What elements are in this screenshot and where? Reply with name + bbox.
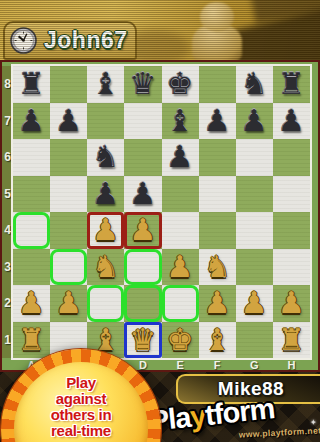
- black-knight-c6: ♞: [92, 139, 119, 175]
- black-bishop-e7: ♝: [167, 103, 194, 139]
- rank-label-8: 8: [2, 66, 13, 103]
- square-h5[interactable]: [273, 176, 310, 213]
- green-highlight-b3: [50, 249, 87, 286]
- square-b2[interactable]: ♟: [50, 285, 87, 322]
- square-g5[interactable]: [236, 176, 273, 213]
- square-b5[interactable]: [50, 176, 87, 213]
- square-b7[interactable]: ♟: [50, 103, 87, 140]
- rank-label-7: 7: [2, 103, 13, 140]
- white-pawn-a2: ♟: [18, 285, 45, 321]
- square-g1[interactable]: [236, 322, 273, 359]
- square-d3[interactable]: [124, 249, 161, 286]
- square-e2[interactable]: [162, 285, 199, 322]
- square-f8[interactable]: [199, 66, 236, 103]
- white-pawn-c4: ♟: [92, 212, 119, 248]
- black-knight-g8: ♞: [241, 66, 268, 102]
- square-c5[interactable]: ♟: [87, 176, 124, 213]
- badge-line: against: [1, 391, 161, 407]
- white-pawn-h2: ♟: [278, 285, 305, 321]
- square-f2[interactable]: ♟: [199, 285, 236, 322]
- square-h2[interactable]: ♟: [273, 285, 310, 322]
- rank-label-3: 3: [2, 249, 13, 286]
- badge-line: real-time: [1, 423, 161, 439]
- black-pawn-b7: ♟: [55, 103, 82, 139]
- badge-line: others in: [1, 407, 161, 423]
- black-pawn-e6: ♟: [167, 139, 194, 175]
- square-g8[interactable]: ♞: [236, 66, 273, 103]
- square-e4[interactable]: [162, 212, 199, 249]
- black-king-e8: ♚: [167, 66, 194, 102]
- square-d2[interactable]: [124, 285, 161, 322]
- black-pawn-h7: ♟: [278, 103, 305, 139]
- white-pawn-e3: ♟: [167, 249, 194, 285]
- square-h8[interactable]: ♜: [273, 66, 310, 103]
- white-pawn-b2: ♟: [55, 285, 82, 321]
- rank-labels: 87654321: [2, 66, 13, 358]
- square-d5[interactable]: ♟: [124, 176, 161, 213]
- white-bishop-f1: ♝: [204, 322, 231, 358]
- file-label-G: G: [236, 359, 273, 371]
- square-f4[interactable]: [199, 212, 236, 249]
- file-label-H: H: [273, 359, 310, 371]
- square-c8[interactable]: ♝: [87, 66, 124, 103]
- square-h3[interactable]: [273, 249, 310, 286]
- square-g4[interactable]: [236, 212, 273, 249]
- square-a2[interactable]: ♟: [13, 285, 50, 322]
- square-e1[interactable]: ♚: [162, 322, 199, 359]
- board-inner-frame: 87654321 ♜♝♛♚♞♜♟♟♝♟♟♟♞♟♟♟♟♟♞♟♞♟♟♟♟♟♜♝♛♚♝…: [2, 62, 318, 370]
- green-highlight-c2: [87, 285, 124, 322]
- top-bar: John67: [0, 0, 320, 60]
- clock-icon: [10, 27, 37, 54]
- square-h1[interactable]: ♜: [273, 322, 310, 359]
- black-rook-a8: ♜: [18, 66, 45, 102]
- white-knight-c3: ♞: [92, 249, 119, 285]
- photo-pawn-silhouette: [200, 2, 234, 32]
- white-pawn-f2: ♟: [204, 285, 231, 321]
- rank-label-4: 4: [2, 212, 13, 249]
- white-rook-h1: ♜: [278, 322, 305, 358]
- square-h7[interactable]: ♟: [273, 103, 310, 140]
- square-h4[interactable]: [273, 212, 310, 249]
- square-a6[interactable]: [13, 139, 50, 176]
- white-king-e1: ♚: [167, 322, 194, 358]
- rank-label-5: 5: [2, 176, 13, 213]
- square-c2[interactable]: [87, 285, 124, 322]
- opponent-panel[interactable]: John67: [3, 21, 137, 60]
- square-f6[interactable]: [199, 139, 236, 176]
- rank-label-2: 2: [2, 285, 13, 322]
- black-bishop-c8: ♝: [92, 66, 119, 102]
- white-knight-f3: ♞: [204, 249, 231, 285]
- square-f5[interactable]: [199, 176, 236, 213]
- file-label-F: F: [199, 359, 236, 371]
- square-f1[interactable]: ♝: [199, 322, 236, 359]
- square-g6[interactable]: [236, 139, 273, 176]
- square-e7[interactable]: ♝: [162, 103, 199, 140]
- square-c3[interactable]: ♞: [87, 249, 124, 286]
- black-pawn-a7: ♟: [18, 103, 45, 139]
- square-d4[interactable]: ♟: [124, 212, 161, 249]
- green-highlight-a4: [13, 212, 50, 249]
- promo-badge[interactable]: Play against others in real-time: [1, 349, 161, 442]
- board-frame: 87654321 ♜♝♛♚♞♜♟♟♝♟♟♟♞♟♟♟♟♟♞♟♞♟♟♟♟♟♜♝♛♚♝…: [0, 60, 320, 372]
- black-pawn-d5: ♟: [129, 176, 156, 212]
- black-rook-h8: ♜: [278, 66, 305, 102]
- board-grid: ♜♝♛♚♞♜♟♟♝♟♟♟♞♟♟♟♟♟♞♟♞♟♟♟♟♟♜♝♛♚♝♜: [13, 66, 310, 358]
- file-label-E: E: [162, 359, 199, 371]
- square-a5[interactable]: [13, 176, 50, 213]
- square-c7[interactable]: [87, 103, 124, 140]
- green-highlight-d3: [124, 249, 161, 286]
- black-pawn-c5: ♟: [92, 176, 119, 212]
- square-e8[interactable]: ♚: [162, 66, 199, 103]
- black-queen-d8: ♛: [129, 66, 156, 102]
- square-g3[interactable]: [236, 249, 273, 286]
- square-g7[interactable]: ♟: [236, 103, 273, 140]
- green-highlight-d2: [124, 285, 161, 322]
- square-f3[interactable]: ♞: [199, 249, 236, 286]
- rank-label-6: 6: [2, 139, 13, 176]
- square-d8[interactable]: ♛: [124, 66, 161, 103]
- square-e6[interactable]: ♟: [162, 139, 199, 176]
- square-a8[interactable]: ♜: [13, 66, 50, 103]
- square-e3[interactable]: ♟: [162, 249, 199, 286]
- black-pawn-g7: ♟: [241, 103, 268, 139]
- square-a7[interactable]: ♟: [13, 103, 50, 140]
- square-a4[interactable]: [13, 212, 50, 249]
- square-a3[interactable]: [13, 249, 50, 286]
- square-b6[interactable]: [50, 139, 87, 176]
- badge-line: Play: [1, 375, 161, 391]
- white-pawn-d4: ♟: [129, 212, 156, 248]
- black-pawn-f7: ♟: [204, 103, 231, 139]
- square-c4[interactable]: ♟: [87, 212, 124, 249]
- square-f7[interactable]: ♟: [199, 103, 236, 140]
- badge-text: Play against others in real-time: [1, 375, 161, 439]
- square-g2[interactable]: ♟: [236, 285, 273, 322]
- square-c6[interactable]: ♞: [87, 139, 124, 176]
- brand-url: www.playtform.net: [239, 425, 320, 439]
- square-h6[interactable]: [273, 139, 310, 176]
- opponent-name: John67: [44, 27, 128, 54]
- square-e5[interactable]: [162, 176, 199, 213]
- square-b8[interactable]: [50, 66, 87, 103]
- brand-logo[interactable]: Playtform www.playtform.net: [148, 387, 320, 442]
- square-b3[interactable]: [50, 249, 87, 286]
- green-highlight-e2: [162, 285, 199, 322]
- white-pawn-g2: ♟: [241, 285, 268, 321]
- square-d7[interactable]: [124, 103, 161, 140]
- square-b4[interactable]: [50, 212, 87, 249]
- app-screen: John67 87654321 ♜♝♛♚♞♜♟♟♝♟♟♟♞♟♟♟♟♟♞♟♞♟♟♟…: [0, 0, 320, 442]
- square-d6[interactable]: [124, 139, 161, 176]
